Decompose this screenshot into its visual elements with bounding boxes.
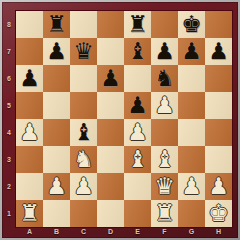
file-label-a: A: [16, 226, 43, 238]
square-d7[interactable]: [97, 38, 124, 65]
square-h4[interactable]: [205, 119, 232, 146]
square-f4[interactable]: [151, 119, 178, 146]
black-pawn-g7[interactable]: ♟: [178, 38, 205, 65]
square-f8[interactable]: [151, 11, 178, 38]
square-c7[interactable]: ♛: [70, 38, 97, 65]
square-c8[interactable]: [70, 11, 97, 38]
white-knight-c3[interactable]: ♞: [70, 146, 97, 173]
black-pawn-e5[interactable]: ♟: [124, 92, 151, 119]
square-e7[interactable]: ♝: [124, 38, 151, 65]
square-e8[interactable]: ♜: [124, 11, 151, 38]
black-pawn-d6[interactable]: ♟: [97, 65, 124, 92]
black-bishop-c4[interactable]: ♝: [70, 119, 97, 146]
black-pawn-a6[interactable]: ♟: [16, 65, 43, 92]
square-a1[interactable]: ♜: [16, 200, 43, 227]
square-c6[interactable]: [70, 65, 97, 92]
file-label-e: E: [124, 226, 151, 238]
square-d2[interactable]: [97, 173, 124, 200]
square-b3[interactable]: [43, 146, 70, 173]
square-f1[interactable]: ♜: [151, 200, 178, 227]
square-d3[interactable]: [97, 146, 124, 173]
square-a8[interactable]: [16, 11, 43, 38]
file-labels: ABCDEFGH: [16, 226, 232, 238]
white-bishop-e3[interactable]: ♝: [124, 146, 151, 173]
square-f6[interactable]: ♞: [151, 65, 178, 92]
file-label-b: B: [43, 226, 70, 238]
file-label-c: C: [70, 226, 97, 238]
black-rook-e8[interactable]: ♜: [124, 11, 151, 38]
square-b7[interactable]: ♟: [43, 38, 70, 65]
square-h2[interactable]: ♟: [205, 173, 232, 200]
square-g3[interactable]: [178, 146, 205, 173]
file-label-f: F: [151, 226, 178, 238]
rank-label-2: 2: [2, 173, 16, 200]
square-h1[interactable]: ♚: [205, 200, 232, 227]
square-c2[interactable]: ♟: [70, 173, 97, 200]
square-g6[interactable]: [178, 65, 205, 92]
white-king-h1[interactable]: ♚: [205, 200, 232, 227]
square-b1[interactable]: [43, 200, 70, 227]
black-pawn-b7[interactable]: ♟: [43, 38, 70, 65]
black-queen-c7[interactable]: ♛: [70, 38, 97, 65]
rank-label-5: 5: [2, 92, 16, 119]
square-a6[interactable]: ♟: [16, 65, 43, 92]
square-c1[interactable]: [70, 200, 97, 227]
square-a7[interactable]: [16, 38, 43, 65]
rank-label-4: 4: [2, 119, 16, 146]
square-g7[interactable]: ♟: [178, 38, 205, 65]
white-queen-f2[interactable]: ♛: [151, 173, 178, 200]
square-e5[interactable]: ♟: [124, 92, 151, 119]
square-f7[interactable]: ♟: [151, 38, 178, 65]
black-pawn-h7[interactable]: ♟: [205, 38, 232, 65]
square-d4[interactable]: [97, 119, 124, 146]
square-b8[interactable]: ♜: [43, 11, 70, 38]
square-e4[interactable]: ♟: [124, 119, 151, 146]
square-e6[interactable]: [124, 65, 151, 92]
square-b5[interactable]: [43, 92, 70, 119]
square-e2[interactable]: [124, 173, 151, 200]
square-g4[interactable]: [178, 119, 205, 146]
chess-board: ♜♜♚♟♛♝♟♟♟♟♟♞♟♟♟♝♟♞♝♝♟♟♛♟♟♜♜♚: [16, 11, 232, 227]
black-king-g8[interactable]: ♚: [178, 11, 205, 38]
square-c5[interactable]: [70, 92, 97, 119]
square-h8[interactable]: [205, 11, 232, 38]
square-b6[interactable]: [43, 65, 70, 92]
rank-labels: 87654321: [2, 11, 16, 227]
square-d6[interactable]: ♟: [97, 65, 124, 92]
black-pawn-f7[interactable]: ♟: [151, 38, 178, 65]
square-f5[interactable]: ♟: [151, 92, 178, 119]
white-pawn-a4[interactable]: ♟: [16, 119, 43, 146]
square-h7[interactable]: ♟: [205, 38, 232, 65]
black-knight-f6[interactable]: ♞: [151, 65, 178, 92]
rank-label-7: 7: [2, 38, 16, 65]
white-pawn-c2[interactable]: ♟: [70, 173, 97, 200]
file-label-h: H: [205, 226, 232, 238]
square-f2[interactable]: ♛: [151, 173, 178, 200]
square-g5[interactable]: [178, 92, 205, 119]
square-d1[interactable]: [97, 200, 124, 227]
file-label-g: G: [178, 226, 205, 238]
square-c4[interactable]: ♝: [70, 119, 97, 146]
white-pawn-b2[interactable]: ♟: [43, 173, 70, 200]
square-a5[interactable]: [16, 92, 43, 119]
square-a4[interactable]: ♟: [16, 119, 43, 146]
file-label-d: D: [97, 226, 124, 238]
white-pawn-g2[interactable]: ♟: [178, 173, 205, 200]
white-pawn-f5[interactable]: ♟: [151, 92, 178, 119]
chess-app-window: 87654321 ♜♜♚♟♛♝♟♟♟♟♟♞♟♟♟♝♟♞♝♝♟♟♛♟♟♜♜♚ AB…: [0, 0, 240, 240]
white-pawn-e4[interactable]: ♟: [124, 119, 151, 146]
square-e3[interactable]: ♝: [124, 146, 151, 173]
square-a3[interactable]: [16, 146, 43, 173]
square-b4[interactable]: [43, 119, 70, 146]
square-g8[interactable]: ♚: [178, 11, 205, 38]
rank-label-3: 3: [2, 146, 16, 173]
square-g2[interactable]: ♟: [178, 173, 205, 200]
white-pawn-h2[interactable]: ♟: [205, 173, 232, 200]
white-rook-f1[interactable]: ♜: [151, 200, 178, 227]
white-rook-a1[interactable]: ♜: [16, 200, 43, 227]
rank-label-1: 1: [2, 200, 16, 227]
square-h5[interactable]: [205, 92, 232, 119]
square-h3[interactable]: [205, 146, 232, 173]
square-b2[interactable]: ♟: [43, 173, 70, 200]
square-e1[interactable]: [124, 200, 151, 227]
square-h6[interactable]: [205, 65, 232, 92]
black-rook-b8[interactable]: ♜: [43, 11, 70, 38]
square-d5[interactable]: [97, 92, 124, 119]
square-a2[interactable]: [16, 173, 43, 200]
square-d8[interactable]: [97, 11, 124, 38]
square-f3[interactable]: ♝: [151, 146, 178, 173]
rank-label-8: 8: [2, 11, 16, 38]
black-bishop-e7[interactable]: ♝: [124, 38, 151, 65]
square-c3[interactable]: ♞: [70, 146, 97, 173]
white-bishop-f3[interactable]: ♝: [151, 146, 178, 173]
rank-label-6: 6: [2, 65, 16, 92]
square-g1[interactable]: [178, 200, 205, 227]
